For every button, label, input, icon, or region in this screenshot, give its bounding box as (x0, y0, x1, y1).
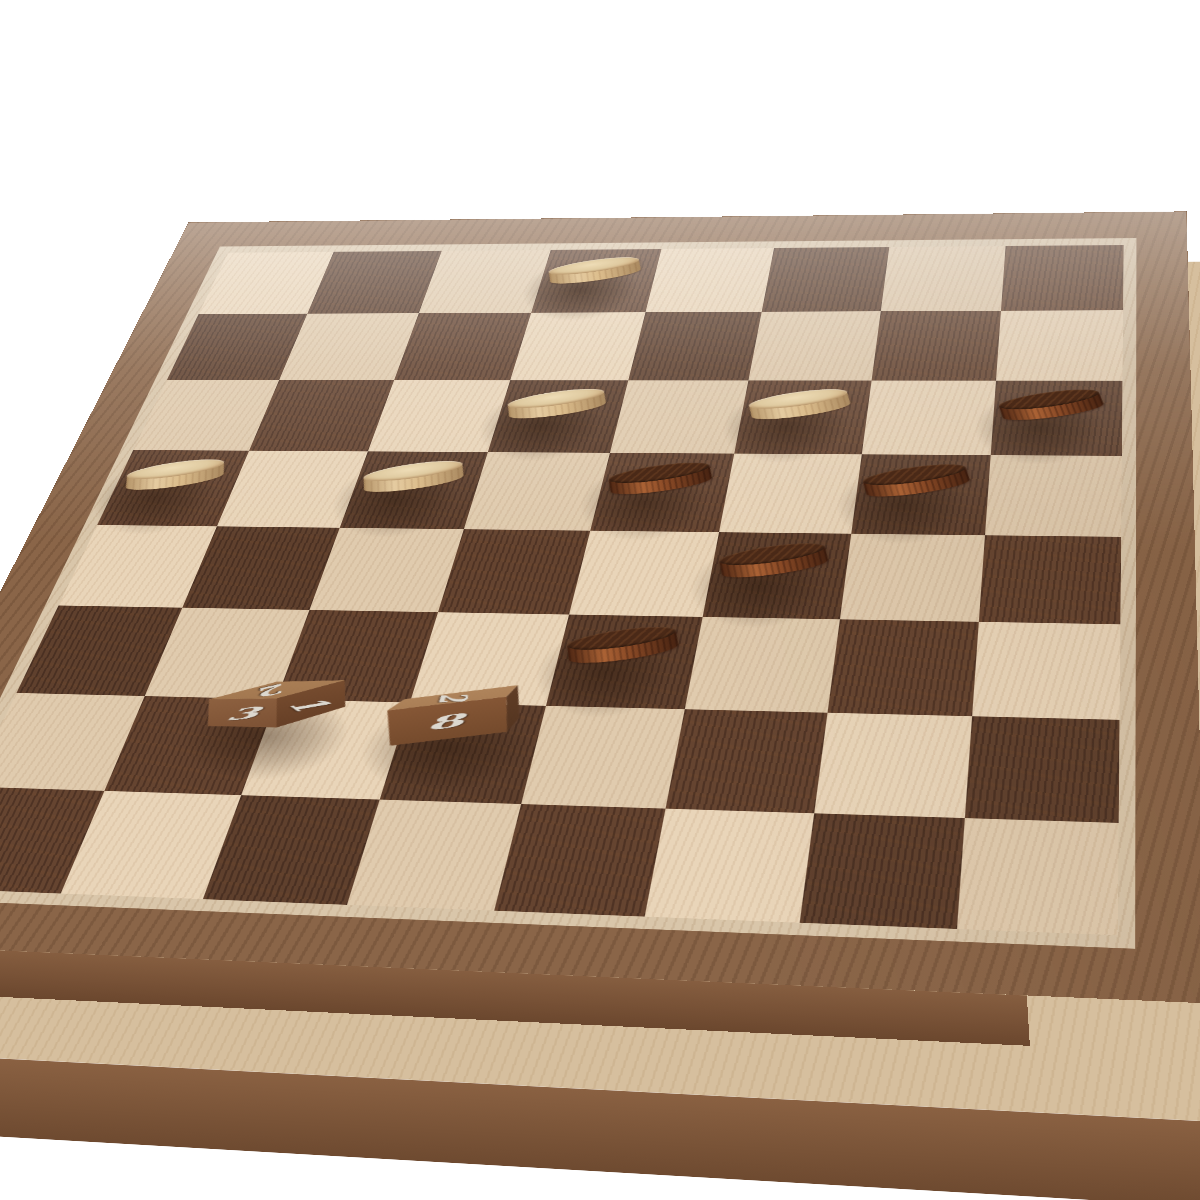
piece-layer: 23128 (188, 211, 1186, 222)
square-h7 (996, 310, 1123, 380)
square-f3 (685, 617, 839, 712)
game-board: 23128 (0, 211, 1200, 1003)
square-f8 (762, 247, 889, 312)
checkerboard-grid (0, 245, 1124, 935)
square-b1 (61, 791, 241, 900)
square-e7 (628, 312, 762, 380)
square-h8 (1001, 245, 1124, 311)
square-e2 (521, 705, 685, 808)
square-a2 (0, 693, 145, 791)
square-h4 (979, 535, 1122, 624)
square-e8 (645, 248, 774, 312)
square-h1 (957, 818, 1119, 936)
square-b2 (105, 696, 276, 795)
square-c1 (202, 795, 379, 905)
square-h3 (972, 622, 1121, 719)
square-g1 (799, 813, 965, 929)
square-d1 (347, 799, 522, 910)
square-b3 (145, 608, 309, 699)
square-f5 (719, 453, 861, 533)
square-c8 (418, 250, 550, 313)
square-f2 (666, 709, 827, 813)
square-d2 (380, 702, 547, 804)
square-c7 (394, 313, 531, 380)
square-f7 (749, 311, 881, 380)
product-photo-stage: 23128 (0, 0, 1200, 1200)
square-f1 (645, 808, 814, 922)
perspective-scene: 23128 (0, 0, 1200, 1200)
square-g4 (839, 534, 984, 622)
square-e4 (569, 531, 719, 617)
square-c3 (276, 610, 438, 702)
square-g7 (871, 311, 1001, 380)
square-d7 (510, 312, 645, 380)
square-e6 (610, 380, 749, 453)
square-g3 (827, 620, 979, 716)
scene-rotation-wrapper: 23128 (0, 0, 1200, 1200)
square-e1 (494, 804, 666, 917)
square-c6 (367, 380, 510, 452)
square-g6 (861, 380, 995, 455)
board-lid-surface: 23128 (0, 211, 1200, 1003)
square-h2 (965, 716, 1120, 823)
square-c2 (241, 699, 410, 799)
shadow-layer (188, 211, 1186, 222)
square-g2 (814, 712, 972, 818)
square-d5 (464, 452, 610, 531)
square-g8 (880, 246, 1005, 311)
square-e3 (546, 615, 703, 709)
